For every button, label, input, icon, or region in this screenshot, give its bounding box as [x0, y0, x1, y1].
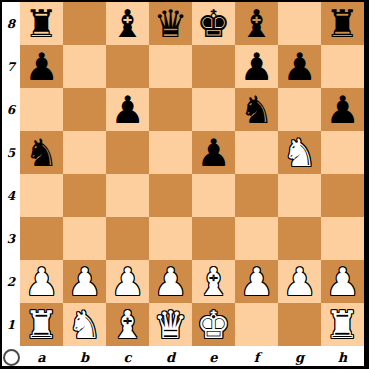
rank-labels-column: 87654321	[2, 2, 20, 346]
square-e2[interactable]: ♝	[192, 260, 235, 303]
file-label-c: c	[106, 348, 149, 366]
square-d4[interactable]	[149, 174, 192, 217]
piece-black-knight[interactable]: ♞	[20, 131, 63, 174]
square-a1[interactable]: ♜	[20, 303, 63, 346]
rank-label-1: 1	[2, 303, 20, 346]
piece-black-king[interactable]: ♚	[192, 2, 235, 45]
square-c4[interactable]	[106, 174, 149, 217]
piece-black-pawn[interactable]: ♟	[321, 88, 364, 131]
white-to-move-indicator-icon	[3, 349, 20, 366]
piece-black-bishop[interactable]: ♝	[235, 2, 278, 45]
rank-label-6: 6	[2, 88, 20, 131]
square-b8[interactable]	[63, 2, 106, 45]
square-c7[interactable]	[106, 45, 149, 88]
square-h3[interactable]	[321, 217, 364, 260]
square-b6[interactable]	[63, 88, 106, 131]
piece-black-rook[interactable]: ♜	[20, 2, 63, 45]
square-d2[interactable]: ♟	[149, 260, 192, 303]
square-a3[interactable]	[20, 217, 63, 260]
square-a2[interactable]: ♟	[20, 260, 63, 303]
piece-white-pawn[interactable]: ♟	[106, 260, 149, 303]
square-e4[interactable]	[192, 174, 235, 217]
square-h2[interactable]: ♟	[321, 260, 364, 303]
square-d1[interactable]: ♛	[149, 303, 192, 346]
square-b1[interactable]: ♞	[63, 303, 106, 346]
square-h7[interactable]	[321, 45, 364, 88]
diagram-inner-area: 87654321 ♜♝♛♚♝♜♟♟♟♟♞♟♞♟♞♟♟♟♟♝♟♟♟♜♞♝♛♚♜ a…	[2, 2, 364, 366]
square-e8[interactable]: ♚	[192, 2, 235, 45]
rank-label-4: 4	[2, 174, 20, 217]
square-g6[interactable]	[278, 88, 321, 131]
piece-black-pawn[interactable]: ♟	[192, 131, 235, 174]
square-h6[interactable]: ♟	[321, 88, 364, 131]
square-a6[interactable]	[20, 88, 63, 131]
square-g7[interactable]: ♟	[278, 45, 321, 88]
square-g4[interactable]	[278, 174, 321, 217]
square-g3[interactable]	[278, 217, 321, 260]
square-f7[interactable]: ♟	[235, 45, 278, 88]
piece-white-pawn[interactable]: ♟	[20, 260, 63, 303]
square-h4[interactable]	[321, 174, 364, 217]
file-label-h: h	[321, 348, 364, 366]
piece-white-pawn[interactable]: ♟	[63, 260, 106, 303]
piece-black-pawn[interactable]: ♟	[20, 45, 63, 88]
file-label-b: b	[63, 348, 106, 366]
square-e1[interactable]: ♚	[192, 303, 235, 346]
square-h8[interactable]: ♜	[321, 2, 364, 45]
piece-white-king[interactable]: ♚	[192, 303, 235, 346]
square-f6[interactable]: ♞	[235, 88, 278, 131]
square-b7[interactable]	[63, 45, 106, 88]
square-c5[interactable]	[106, 131, 149, 174]
square-c8[interactable]: ♝	[106, 2, 149, 45]
square-b4[interactable]	[63, 174, 106, 217]
square-d7[interactable]	[149, 45, 192, 88]
file-labels-row: abcdefgh	[20, 348, 364, 366]
square-b5[interactable]	[63, 131, 106, 174]
piece-black-queen[interactable]: ♛	[149, 2, 192, 45]
piece-white-queen[interactable]: ♛	[149, 303, 192, 346]
piece-white-pawn[interactable]: ♟	[149, 260, 192, 303]
square-c6[interactable]: ♟	[106, 88, 149, 131]
square-b3[interactable]	[63, 217, 106, 260]
square-d6[interactable]	[149, 88, 192, 131]
piece-black-rook[interactable]: ♜	[321, 2, 364, 45]
piece-black-knight[interactable]: ♞	[235, 88, 278, 131]
chess-diagram: 87654321 ♜♝♛♚♝♜♟♟♟♟♞♟♞♟♞♟♟♟♟♝♟♟♟♜♞♝♛♚♜ a…	[0, 0, 369, 369]
piece-black-pawn[interactable]: ♟	[278, 45, 321, 88]
square-d8[interactable]: ♛	[149, 2, 192, 45]
square-f5[interactable]	[235, 131, 278, 174]
square-e3[interactable]	[192, 217, 235, 260]
square-c3[interactable]	[106, 217, 149, 260]
rank-label-7: 7	[2, 45, 20, 88]
file-label-f: f	[235, 348, 278, 366]
square-d5[interactable]	[149, 131, 192, 174]
square-g8[interactable]	[278, 2, 321, 45]
piece-white-knight[interactable]: ♞	[278, 131, 321, 174]
rank-label-8: 8	[2, 2, 20, 45]
square-a7[interactable]: ♟	[20, 45, 63, 88]
file-label-d: d	[149, 348, 192, 366]
file-label-e: e	[192, 348, 235, 366]
square-g2[interactable]: ♟	[278, 260, 321, 303]
square-b2[interactable]: ♟	[63, 260, 106, 303]
piece-white-bishop[interactable]: ♝	[192, 260, 235, 303]
piece-white-pawn[interactable]: ♟	[235, 260, 278, 303]
square-f4[interactable]	[235, 174, 278, 217]
piece-white-pawn[interactable]: ♟	[321, 260, 364, 303]
piece-white-bishop[interactable]: ♝	[106, 303, 149, 346]
square-h1[interactable]: ♜	[321, 303, 364, 346]
square-c1[interactable]: ♝	[106, 303, 149, 346]
square-e5[interactable]: ♟	[192, 131, 235, 174]
rank-label-5: 5	[2, 131, 20, 174]
piece-white-pawn[interactable]: ♟	[278, 260, 321, 303]
piece-black-pawn[interactable]: ♟	[106, 88, 149, 131]
square-f3[interactable]	[235, 217, 278, 260]
rank-label-3: 3	[2, 217, 20, 260]
piece-white-rook[interactable]: ♜	[321, 303, 364, 346]
chess-board[interactable]: ♜♝♛♚♝♜♟♟♟♟♞♟♞♟♞♟♟♟♟♝♟♟♟♜♞♝♛♚♜	[20, 2, 364, 346]
piece-white-knight[interactable]: ♞	[63, 303, 106, 346]
square-c2[interactable]: ♟	[106, 260, 149, 303]
file-label-g: g	[278, 348, 321, 366]
square-h5[interactable]	[321, 131, 364, 174]
piece-black-pawn[interactable]: ♟	[235, 45, 278, 88]
square-a8[interactable]: ♜	[20, 2, 63, 45]
square-f2[interactable]: ♟	[235, 260, 278, 303]
square-a5[interactable]: ♞	[20, 131, 63, 174]
square-f8[interactable]: ♝	[235, 2, 278, 45]
rank-label-2: 2	[2, 260, 20, 303]
file-label-a: a	[20, 348, 63, 366]
square-a4[interactable]	[20, 174, 63, 217]
square-e7[interactable]	[192, 45, 235, 88]
square-g1[interactable]	[278, 303, 321, 346]
square-g5[interactable]: ♞	[278, 131, 321, 174]
square-f1[interactable]	[235, 303, 278, 346]
square-d3[interactable]	[149, 217, 192, 260]
piece-black-bishop[interactable]: ♝	[106, 2, 149, 45]
square-e6[interactable]	[192, 88, 235, 131]
piece-white-rook[interactable]: ♜	[20, 303, 63, 346]
